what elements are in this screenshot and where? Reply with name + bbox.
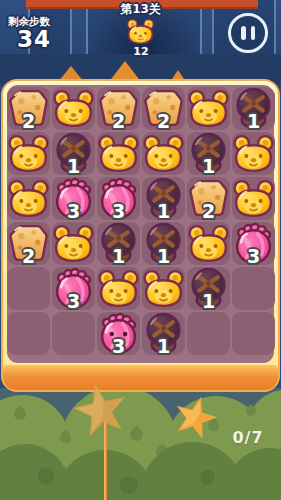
piece-count: 1 — [141, 202, 186, 221]
piece-shroom[interactable]: 1 — [96, 221, 141, 266]
cell-r2c2[interactable]: 1 — [52, 132, 95, 175]
piece-count: 3 — [231, 247, 276, 266]
cell-r3c6[interactable] — [232, 177, 275, 220]
star-left — [67, 377, 136, 446]
moves-value: 34 — [6, 26, 62, 52]
cell-r6c1 — [7, 312, 50, 355]
cell-r4c4[interactable]: 1 — [142, 222, 185, 265]
piece-bear[interactable] — [6, 131, 51, 176]
piece-count: 3 — [96, 337, 141, 356]
piece-shroom[interactable]: 1 — [141, 311, 186, 356]
piece-bear[interactable] — [141, 266, 186, 311]
piece-count: 2 — [96, 112, 141, 131]
piece-berry[interactable]: 3 — [51, 176, 96, 221]
piece-shroom[interactable]: 1 — [141, 221, 186, 266]
piece-block[interactable]: 2 — [6, 221, 51, 266]
cell-r5c1 — [7, 267, 50, 310]
pause-icon — [241, 26, 246, 40]
cell-r3c2[interactable]: 3 — [52, 177, 95, 220]
game-screen: 第13关 剩余步数 34 12 0/7 — [0, 0, 281, 500]
piece-count: 1 — [96, 247, 141, 266]
cell-r3c3[interactable]: 3 — [97, 177, 140, 220]
piece-bear[interactable] — [186, 86, 231, 131]
pause-button[interactable] — [228, 13, 268, 53]
bush-shadow — [120, 476, 138, 494]
piece-count: 2 — [186, 202, 231, 221]
piece-count: 2 — [141, 112, 186, 131]
cell-r1c5[interactable] — [187, 87, 230, 130]
piece-shroom[interactable]: 1 — [186, 266, 231, 311]
cell-r2c1[interactable] — [7, 132, 50, 175]
piece-block[interactable]: 2 — [141, 86, 186, 131]
cell-r5c6 — [232, 267, 275, 310]
piece-count: 2 — [6, 247, 51, 266]
piece-bear[interactable] — [231, 131, 276, 176]
piece-bear[interactable] — [51, 221, 96, 266]
goal-bear-icon — [125, 16, 156, 47]
cell-r3c4[interactable]: 1 — [142, 177, 185, 220]
cell-r5c3[interactable] — [97, 267, 140, 310]
board-grid: 2 2 2 1 1 1 3 3 1 2 2 — [6, 86, 276, 356]
piece-berry[interactable]: 3 — [96, 176, 141, 221]
cell-r1c1[interactable]: 2 — [7, 87, 50, 130]
pause-icon — [251, 26, 256, 40]
bush-shadow — [38, 468, 54, 484]
piece-bear[interactable] — [231, 176, 276, 221]
cell-r4c3[interactable]: 1 — [97, 222, 140, 265]
cell-r3c1[interactable] — [7, 177, 50, 220]
cell-r4c6[interactable]: 3 — [232, 222, 275, 265]
cell-r6c4[interactable]: 1 — [142, 312, 185, 355]
cell-r6c3[interactable]: 3 — [97, 312, 140, 355]
cell-r3c5[interactable]: 2 — [187, 177, 230, 220]
cell-r6c5 — [187, 312, 230, 355]
piece-count: 3 — [51, 202, 96, 221]
piece-shroom[interactable]: 1 — [51, 131, 96, 176]
cell-r1c2[interactable] — [52, 87, 95, 130]
piece-count: 1 — [186, 292, 231, 311]
piece-count: 1 — [51, 157, 96, 176]
board-base — [3, 365, 278, 390]
piece-bear[interactable] — [141, 131, 186, 176]
piece-bear[interactable] — [6, 176, 51, 221]
piece-berry[interactable]: 3 — [51, 266, 96, 311]
cell-r5c5[interactable]: 1 — [187, 267, 230, 310]
piece-count: 1 — [231, 112, 276, 131]
piece-count: 1 — [186, 157, 231, 176]
piece-bear[interactable] — [51, 86, 96, 131]
cell-r4c1[interactable]: 2 — [7, 222, 50, 265]
piece-count: 1 — [141, 247, 186, 266]
piece-bear[interactable] — [96, 266, 141, 311]
piece-block[interactable]: 2 — [186, 176, 231, 221]
goal-count: 12 — [110, 45, 172, 58]
piece-berry[interactable]: 3 — [96, 311, 141, 356]
cell-r2c4[interactable] — [142, 132, 185, 175]
piece-count: 3 — [51, 292, 96, 311]
piece-count: 1 — [141, 337, 186, 356]
cell-r6c2 — [52, 312, 95, 355]
piece-shroom[interactable]: 1 — [231, 86, 276, 131]
cell-r1c6[interactable]: 1 — [232, 87, 275, 130]
piece-block[interactable]: 2 — [96, 86, 141, 131]
piece-shroom[interactable]: 1 — [141, 176, 186, 221]
cell-r1c4[interactable]: 2 — [142, 87, 185, 130]
piece-count: 3 — [96, 202, 141, 221]
piece-bear[interactable] — [96, 131, 141, 176]
cell-r5c2[interactable]: 3 — [52, 267, 95, 310]
cell-r2c5[interactable]: 1 — [187, 132, 230, 175]
piece-bear[interactable] — [186, 221, 231, 266]
cell-r2c3[interactable] — [97, 132, 140, 175]
cell-r4c5[interactable] — [187, 222, 230, 265]
cell-r4c2[interactable] — [52, 222, 95, 265]
piece-count: 2 — [6, 112, 51, 131]
piece-berry[interactable]: 3 — [231, 221, 276, 266]
cell-r5c4[interactable] — [142, 267, 185, 310]
cell-r2c6[interactable] — [232, 132, 275, 175]
header: 第13关 剩余步数 34 12 — [0, 0, 281, 86]
piece-block[interactable]: 2 — [6, 86, 51, 131]
piece-shroom[interactable]: 1 — [186, 131, 231, 176]
cell-r6c6 — [232, 312, 275, 355]
bush-shadow — [200, 470, 215, 485]
progress-counter: 0/7 — [222, 428, 274, 447]
cell-r1c3[interactable]: 2 — [97, 87, 140, 130]
